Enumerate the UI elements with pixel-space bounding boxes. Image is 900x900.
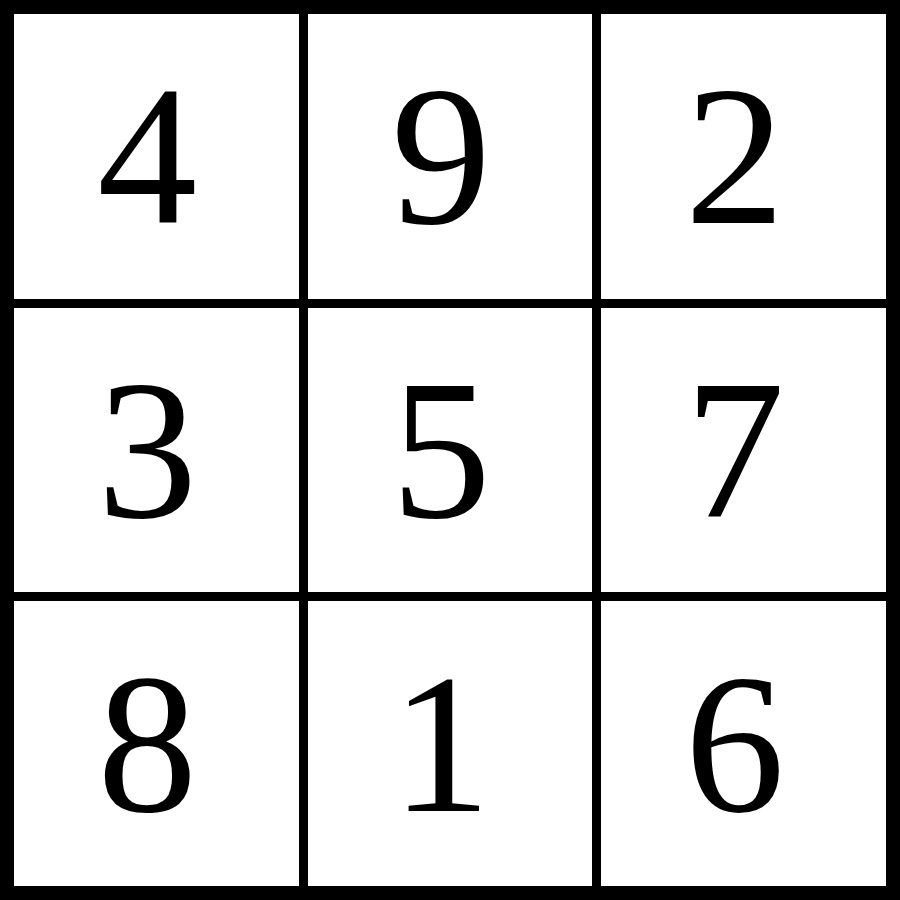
- cell-r3c3: 6: [601, 601, 886, 886]
- cell-r1c3: 2: [601, 14, 886, 299]
- board-grid: 4 9 2 3 5 7 8 1 6: [0, 0, 900, 900]
- cell-r3c1: 8: [14, 601, 299, 886]
- cell-r2c2: 5: [308, 308, 593, 593]
- cell-r1c2: 9: [308, 14, 593, 299]
- cell-r2c3: 7: [601, 308, 886, 593]
- magic-square-diagram: 4 9 2 3 5 7 8 1 6: [0, 0, 900, 900]
- cell-r1c1: 4: [14, 14, 299, 299]
- cell-r3c2: 1: [308, 601, 593, 886]
- cell-r2c1: 3: [14, 308, 299, 593]
